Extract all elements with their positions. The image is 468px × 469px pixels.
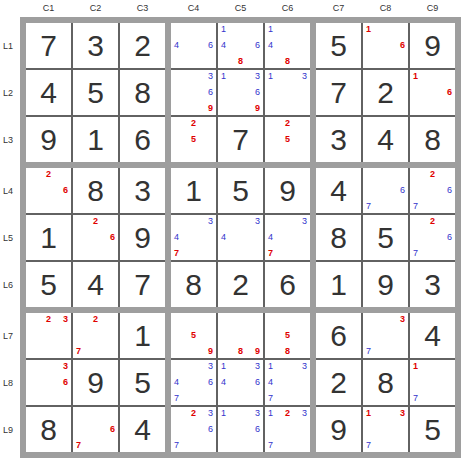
candidate-grid: 37: [363, 313, 408, 358]
cell-L9C6[interactable]: 1237: [265, 407, 310, 452]
solved-digit: 8: [120, 70, 165, 115]
candidate-digit-3: 3: [200, 72, 213, 86]
solved-digit: 7: [120, 262, 165, 307]
solved-digit: 3: [410, 262, 455, 307]
candidate-grid: 347: [265, 215, 310, 260]
solved-digit: 3: [120, 168, 165, 213]
candidate-digit-2: 2: [89, 217, 102, 231]
candidate-digit-5: 5: [187, 133, 200, 147]
solved-digit: 3: [73, 23, 118, 68]
cell-L5C3[interactable]: 9: [120, 215, 165, 260]
candidate-grid: 13: [265, 70, 310, 115]
candidate-digit-8: 8: [281, 342, 294, 356]
cell-L6C8[interactable]: 9: [363, 262, 408, 307]
cell-L7C9[interactable]: 4: [410, 313, 455, 358]
solved-digit: 7: [316, 70, 361, 115]
solved-digit: 5: [120, 360, 165, 405]
solved-digit: 6: [265, 262, 310, 307]
cell-L2C8[interactable]: 2: [363, 70, 408, 115]
candidate-digit-2: 2: [89, 315, 102, 329]
candidate-digit-3: 3: [247, 217, 260, 231]
cell-L5C8[interactable]: 5: [363, 215, 408, 260]
candidate-grid: 267: [410, 215, 455, 260]
candidate-digit-3: 3: [392, 315, 405, 329]
cell-L3C7[interactable]: 3: [316, 117, 361, 162]
cell-L8C6[interactable]: 1347: [265, 360, 310, 405]
candidate-grid: 26: [26, 168, 71, 213]
candidate-digit-4: 4: [221, 376, 234, 390]
candidate-digit-1: 1: [268, 25, 281, 39]
candidate-digit-7: 7: [366, 197, 379, 211]
cell-L2C4[interactable]: 369: [171, 70, 216, 115]
candidate-digit-8: 8: [234, 52, 247, 66]
candidate-digit-3: 3: [247, 362, 260, 376]
candidate-digit-3: 3: [247, 72, 260, 86]
candidate-grid: 267: [410, 168, 455, 213]
candidate-digit-1: 1: [366, 409, 379, 423]
column-label-C2: C2: [73, 3, 118, 15]
candidate-digit-6: 6: [200, 376, 213, 390]
candidate-grid: 26: [73, 215, 118, 260]
candidate-digit-2: 2: [281, 119, 294, 133]
candidate-digit-4: 4: [174, 376, 187, 390]
cell-L1C3[interactable]: 2: [120, 23, 165, 68]
cell-L4C3[interactable]: 3: [120, 168, 165, 213]
cell-L5C7[interactable]: 8: [316, 215, 361, 260]
candidate-grid: 23: [26, 313, 71, 358]
cell-L2C9[interactable]: 16: [410, 70, 455, 115]
solved-digit: 1: [316, 262, 361, 307]
row-label-L4: L4: [3, 168, 19, 213]
sudoku-app: C1C2C3C4C5C6C7C8C9L1L2L3L4L5L6L7L8L97324…: [0, 0, 468, 469]
solved-digit: 8: [73, 168, 118, 213]
cell-L6C7[interactable]: 1: [316, 262, 361, 307]
candidate-digit-9: 9: [247, 342, 260, 356]
row-label-L2: L2: [3, 70, 19, 115]
cell-L9C3[interactable]: 4: [120, 407, 165, 452]
candidate-digit-4: 4: [221, 231, 234, 245]
cell-L2C5[interactable]: 1369: [218, 70, 263, 115]
solved-digit: 9: [265, 168, 310, 213]
candidate-grid: 2367: [171, 407, 216, 452]
candidate-digit-3: 3: [294, 362, 307, 376]
cell-L4C9[interactable]: 267: [410, 168, 455, 213]
cell-L6C9[interactable]: 3: [410, 262, 455, 307]
candidate-digit-2: 2: [42, 315, 55, 329]
candidate-digit-3: 3: [200, 217, 213, 231]
cell-L7C8[interactable]: 37: [363, 313, 408, 358]
candidate-digit-6: 6: [392, 184, 405, 198]
cell-L4C2[interactable]: 8: [73, 168, 118, 213]
solved-digit: 9: [316, 407, 361, 452]
cell-L3C1[interactable]: 9: [26, 117, 71, 162]
cell-L2C1[interactable]: 4: [26, 70, 71, 115]
solved-digit: 2: [316, 360, 361, 405]
row-label-L3: L3: [3, 117, 19, 162]
candidate-grid: 1346: [218, 360, 263, 405]
candidate-grid: 67: [73, 407, 118, 452]
cell-L3C4[interactable]: 25: [171, 117, 216, 162]
cell-L8C8[interactable]: 8: [363, 360, 408, 405]
candidate-digit-4: 4: [221, 39, 234, 53]
candidate-digit-1: 1: [221, 362, 234, 376]
candidate-digit-3: 3: [294, 409, 307, 423]
solved-digit: 1: [171, 168, 216, 213]
cell-L5C6[interactable]: 347: [265, 215, 310, 260]
solved-digit: 7: [218, 117, 263, 162]
candidate-digit-6: 6: [55, 184, 68, 198]
cell-L3C5[interactable]: 7: [218, 117, 263, 162]
cell-L9C5[interactable]: 136: [218, 407, 263, 452]
candidate-grid: 46: [171, 23, 216, 68]
cell-L6C4[interactable]: 8: [171, 262, 216, 307]
candidate-grid: 58: [265, 313, 310, 358]
cell-L8C9[interactable]: 17: [410, 360, 455, 405]
candidate-digit-4: 4: [174, 39, 187, 53]
candidate-grid: 16: [363, 23, 408, 68]
candidate-digit-1: 1: [268, 409, 281, 423]
cell-L7C3[interactable]: 1: [120, 313, 165, 358]
solved-digit: 8: [363, 360, 408, 405]
candidate-digit-6: 6: [102, 231, 115, 245]
candidate-digit-7: 7: [413, 197, 426, 211]
candidate-digit-1: 1: [413, 362, 426, 376]
candidate-grid: 137: [363, 407, 408, 452]
solved-digit: 5: [363, 215, 408, 260]
candidate-digit-2: 2: [187, 409, 200, 423]
candidate-digit-4: 4: [268, 376, 281, 390]
solved-digit: 8: [26, 407, 71, 452]
cell-L6C3[interactable]: 7: [120, 262, 165, 307]
candidate-grid: 1369: [218, 70, 263, 115]
solved-digit: 9: [363, 262, 408, 307]
candidate-digit-7: 7: [174, 389, 187, 403]
candidate-digit-1: 1: [268, 72, 281, 86]
candidate-digit-7: 7: [268, 436, 281, 450]
cell-L2C2[interactable]: 5: [73, 70, 118, 115]
candidate-digit-7: 7: [366, 436, 379, 450]
candidate-digit-9: 9: [200, 99, 213, 113]
candidate-digit-6: 6: [439, 86, 452, 100]
candidate-digit-8: 8: [281, 52, 294, 66]
candidate-grid: 148: [265, 23, 310, 68]
cell-L7C6[interactable]: 58: [265, 313, 310, 358]
candidate-grid: 25: [171, 117, 216, 162]
solved-digit: 2: [120, 23, 165, 68]
candidate-digit-4: 4: [268, 231, 281, 245]
cell-L5C9[interactable]: 267: [410, 215, 455, 260]
candidate-digit-6: 6: [200, 86, 213, 100]
solved-digit: 5: [218, 168, 263, 213]
row-label-L1: L1: [3, 23, 19, 68]
cell-L6C5[interactable]: 2: [218, 262, 263, 307]
solved-digit: 5: [410, 407, 455, 452]
solved-digit: 2: [363, 70, 408, 115]
candidate-grid: 34: [218, 215, 263, 260]
column-label-C1: C1: [26, 3, 71, 15]
column-label-C9: C9: [410, 3, 455, 15]
candidate-grid: 25: [265, 117, 310, 162]
cell-L9C1[interactable]: 8: [26, 407, 71, 452]
candidate-digit-7: 7: [413, 244, 426, 258]
cell-L6C6[interactable]: 6: [265, 262, 310, 307]
candidate-digit-3: 3: [55, 315, 68, 329]
cell-L1C2[interactable]: 3: [73, 23, 118, 68]
cell-L8C1[interactable]: 36: [26, 360, 71, 405]
candidate-grid: 369: [171, 70, 216, 115]
candidate-grid: 347: [171, 215, 216, 260]
row-label-L7: L7: [3, 313, 19, 358]
cell-L3C2[interactable]: 1: [73, 117, 118, 162]
candidate-digit-1: 1: [221, 25, 234, 39]
cell-L1C8[interactable]: 16: [363, 23, 408, 68]
cell-L7C2[interactable]: 27: [73, 313, 118, 358]
candidate-digit-3: 3: [55, 362, 68, 376]
cell-L8C4[interactable]: 3467: [171, 360, 216, 405]
cell-L2C6[interactable]: 13: [265, 70, 310, 115]
candidate-digit-5: 5: [281, 329, 294, 343]
candidate-digit-7: 7: [76, 436, 89, 450]
solved-digit: 8: [316, 215, 361, 260]
column-label-C7: C7: [316, 3, 361, 15]
solved-digit: 8: [410, 117, 455, 162]
candidate-digit-3: 3: [392, 409, 405, 423]
cell-L2C3[interactable]: 8: [120, 70, 165, 115]
candidate-digit-3: 3: [294, 72, 307, 86]
candidate-digit-2: 2: [42, 170, 55, 184]
candidate-digit-1: 1: [413, 72, 426, 86]
cell-L9C7[interactable]: 9: [316, 407, 361, 452]
cell-L9C9[interactable]: 5: [410, 407, 455, 452]
row-label-L9: L9: [3, 407, 19, 452]
cell-L8C7[interactable]: 2: [316, 360, 361, 405]
solved-digit: 9: [73, 360, 118, 405]
solved-digit: 2: [218, 262, 263, 307]
cell-L9C4[interactable]: 2367: [171, 407, 216, 452]
cell-L1C1[interactable]: 7: [26, 23, 71, 68]
candidate-grid: 136: [218, 407, 263, 452]
candidate-digit-7: 7: [268, 389, 281, 403]
candidate-grid: 1347: [265, 360, 310, 405]
candidate-grid: 36: [26, 360, 71, 405]
candidate-grid: 27: [73, 313, 118, 358]
column-label-C5: C5: [218, 3, 263, 15]
candidate-grid: 89: [218, 313, 263, 358]
cell-L1C5[interactable]: 1468: [218, 23, 263, 68]
candidate-digit-2: 2: [281, 409, 294, 423]
candidate-grid: 67: [363, 168, 408, 213]
candidate-digit-3: 3: [200, 362, 213, 376]
row-label-L6: L6: [3, 262, 19, 307]
solved-digit: 4: [26, 70, 71, 115]
cell-L7C5[interactable]: 89: [218, 313, 263, 358]
column-label-C4: C4: [171, 3, 216, 15]
candidate-grid: 1468: [218, 23, 263, 68]
candidate-digit-6: 6: [247, 376, 260, 390]
cell-L4C4[interactable]: 1: [171, 168, 216, 213]
candidate-digit-2: 2: [426, 217, 439, 231]
cell-L5C4[interactable]: 347: [171, 215, 216, 260]
candidate-grid: 1237: [265, 407, 310, 452]
solved-digit: 1: [120, 313, 165, 358]
cell-L4C1[interactable]: 26: [26, 168, 71, 213]
solved-digit: 4: [410, 313, 455, 358]
cell-L4C6[interactable]: 9: [265, 168, 310, 213]
candidate-digit-6: 6: [200, 423, 213, 437]
cell-L9C8[interactable]: 137: [363, 407, 408, 452]
cell-L1C4[interactable]: 46: [171, 23, 216, 68]
candidate-digit-6: 6: [392, 39, 405, 53]
candidate-digit-5: 5: [281, 133, 294, 147]
cell-L8C5[interactable]: 1346: [218, 360, 263, 405]
candidate-digit-1: 1: [221, 409, 234, 423]
candidate-digit-3: 3: [247, 409, 260, 423]
candidate-digit-4: 4: [174, 231, 187, 245]
solved-digit: 9: [120, 215, 165, 260]
cell-L1C7[interactable]: 5: [316, 23, 361, 68]
candidate-digit-3: 3: [200, 409, 213, 423]
cell-L6C1[interactable]: 5: [26, 262, 71, 307]
cell-L3C6[interactable]: 25: [265, 117, 310, 162]
candidate-grid: 17: [410, 360, 455, 405]
candidate-digit-9: 9: [200, 342, 213, 356]
candidate-digit-4: 4: [268, 39, 281, 53]
cell-L5C5[interactable]: 34: [218, 215, 263, 260]
candidate-digit-6: 6: [55, 376, 68, 390]
cell-L7C7[interactable]: 6: [316, 313, 361, 358]
solved-digit: 5: [73, 70, 118, 115]
candidate-digit-7: 7: [366, 342, 379, 356]
candidate-digit-6: 6: [439, 184, 452, 198]
solved-digit: 6: [316, 313, 361, 358]
candidate-digit-1: 1: [268, 362, 281, 376]
cell-L9C2[interactable]: 67: [73, 407, 118, 452]
column-label-C6: C6: [265, 3, 310, 15]
solved-digit: 4: [316, 168, 361, 213]
cell-L1C9[interactable]: 9: [410, 23, 455, 68]
candidate-digit-6: 6: [247, 86, 260, 100]
cell-L7C4[interactable]: 59: [171, 313, 216, 358]
cell-L4C8[interactable]: 67: [363, 168, 408, 213]
solved-digit: 6: [120, 117, 165, 162]
candidate-grid: 16: [410, 70, 455, 115]
candidate-digit-1: 1: [221, 72, 234, 86]
solved-digit: 9: [26, 117, 71, 162]
column-label-C3: C3: [120, 3, 165, 15]
candidate-digit-7: 7: [413, 389, 426, 403]
column-label-C8: C8: [363, 3, 408, 15]
solved-digit: 4: [363, 117, 408, 162]
candidate-digit-6: 6: [200, 39, 213, 53]
candidate-digit-7: 7: [268, 244, 281, 258]
cell-L8C3[interactable]: 5: [120, 360, 165, 405]
candidate-grid: 59: [171, 313, 216, 358]
candidate-digit-2: 2: [426, 170, 439, 184]
candidate-digit-6: 6: [247, 39, 260, 53]
solved-digit: 7: [26, 23, 71, 68]
candidate-digit-6: 6: [247, 423, 260, 437]
cell-L3C9[interactable]: 8: [410, 117, 455, 162]
cell-L4C7[interactable]: 4: [316, 168, 361, 213]
candidate-digit-2: 2: [187, 119, 200, 133]
row-label-L5: L5: [3, 215, 19, 260]
candidate-digit-9: 9: [247, 99, 260, 113]
candidate-digit-1: 1: [366, 25, 379, 39]
cell-L4C5[interactable]: 5: [218, 168, 263, 213]
solved-digit: 1: [26, 215, 71, 260]
candidate-digit-7: 7: [76, 342, 89, 356]
candidate-digit-6: 6: [102, 423, 115, 437]
cell-L3C8[interactable]: 4: [363, 117, 408, 162]
cell-L1C6[interactable]: 148: [265, 23, 310, 68]
cell-L3C3[interactable]: 6: [120, 117, 165, 162]
candidate-digit-8: 8: [234, 342, 247, 356]
solved-digit: 5: [316, 23, 361, 68]
solved-digit: 9: [410, 23, 455, 68]
candidate-digit-3: 3: [294, 217, 307, 231]
solved-digit: 4: [120, 407, 165, 452]
candidate-digit-7: 7: [174, 244, 187, 258]
solved-digit: 1: [73, 117, 118, 162]
solved-digit: 8: [171, 262, 216, 307]
candidate-digit-5: 5: [187, 329, 200, 343]
solved-digit: 4: [73, 262, 118, 307]
candidate-digit-7: 7: [174, 436, 187, 450]
cell-L6C2[interactable]: 4: [73, 262, 118, 307]
cell-L2C7[interactable]: 7: [316, 70, 361, 115]
candidate-digit-6: 6: [439, 231, 452, 245]
solved-digit: 3: [316, 117, 361, 162]
cell-L7C1[interactable]: 23: [26, 313, 71, 358]
candidate-grid: 3467: [171, 360, 216, 405]
cell-L8C2[interactable]: 9: [73, 360, 118, 405]
cell-L5C1[interactable]: 1: [26, 215, 71, 260]
row-label-L8: L8: [3, 360, 19, 405]
cell-L5C2[interactable]: 26: [73, 215, 118, 260]
solved-digit: 5: [26, 262, 71, 307]
